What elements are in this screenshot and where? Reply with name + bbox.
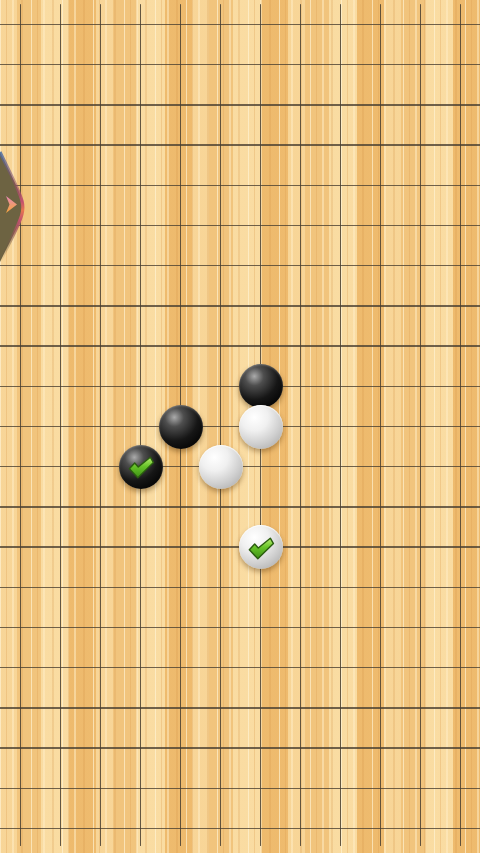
grid-horizontal-line [0, 185, 480, 187]
grid-horizontal-line [0, 225, 480, 227]
black-stone-with-check[interactable] [119, 445, 163, 489]
confirm-check-icon [126, 455, 155, 480]
grid-horizontal-line [0, 64, 480, 66]
black-stone [159, 405, 203, 449]
grid-horizontal-line [0, 627, 480, 629]
board-surface[interactable] [0, 0, 480, 853]
grid-horizontal-line [0, 265, 480, 267]
grid-horizontal-line [0, 788, 480, 790]
grid-horizontal-line [0, 667, 480, 669]
grid-horizontal-line [0, 144, 480, 146]
grid-horizontal-line [0, 506, 480, 508]
grid-horizontal-line [0, 305, 480, 307]
gomoku-app-screen [0, 0, 480, 853]
grid-horizontal-line [0, 345, 480, 347]
grid-horizontal-line [0, 828, 480, 830]
grid-horizontal-line [0, 24, 480, 26]
confirm-check-icon [246, 536, 275, 561]
grid-horizontal-line [0, 104, 480, 106]
grid-horizontal-line [0, 587, 480, 589]
white-stone [239, 405, 283, 449]
white-stone [199, 445, 243, 489]
grid-horizontal-line [0, 747, 480, 749]
white-stone-with-check[interactable] [239, 525, 283, 569]
side-drawer-handle[interactable] [0, 151, 27, 263]
grid-horizontal-line [0, 707, 480, 709]
black-stone [239, 364, 283, 408]
